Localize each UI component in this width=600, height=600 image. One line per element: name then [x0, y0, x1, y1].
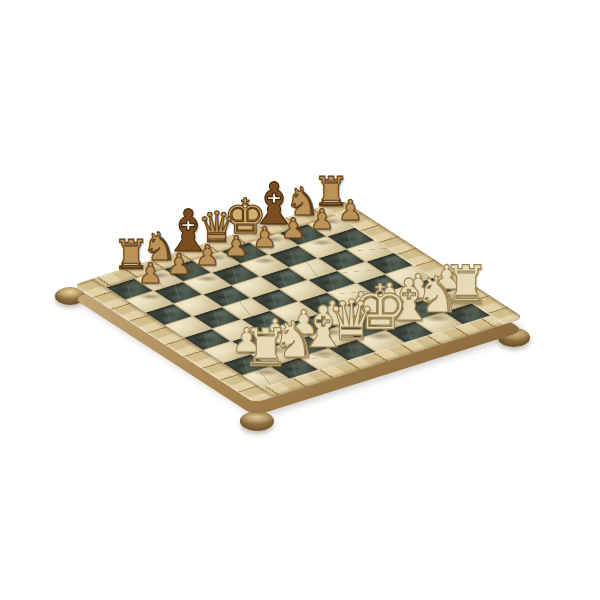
piece-black-pawn-f7[interactable]: ♟ — [281, 215, 306, 243]
piece-black-pawn-h7[interactable]: ♟ — [338, 197, 363, 225]
board-foot-bottom — [240, 411, 274, 431]
piece-black-pawn-g7[interactable]: ♟ — [309, 206, 334, 234]
piece-black-pawn-d7[interactable]: ♟ — [223, 233, 248, 261]
piece-black-pawn-b7[interactable]: ♟ — [166, 251, 191, 279]
piece-black-pawn-e7[interactable]: ♟ — [252, 224, 277, 252]
piece-white-rook-a1[interactable]: ♜ — [242, 321, 289, 374]
photo-stage: ♜♞♝♛♚♝♞♜♟♟♟♟♟♟♟♟♟♟♟♟♟♟♟♟♜♞♝♛♚♝♞♜ — [0, 0, 600, 600]
piece-black-pawn-c7[interactable]: ♟ — [195, 242, 220, 270]
piece-black-pawn-a7[interactable]: ♟ — [138, 260, 163, 288]
